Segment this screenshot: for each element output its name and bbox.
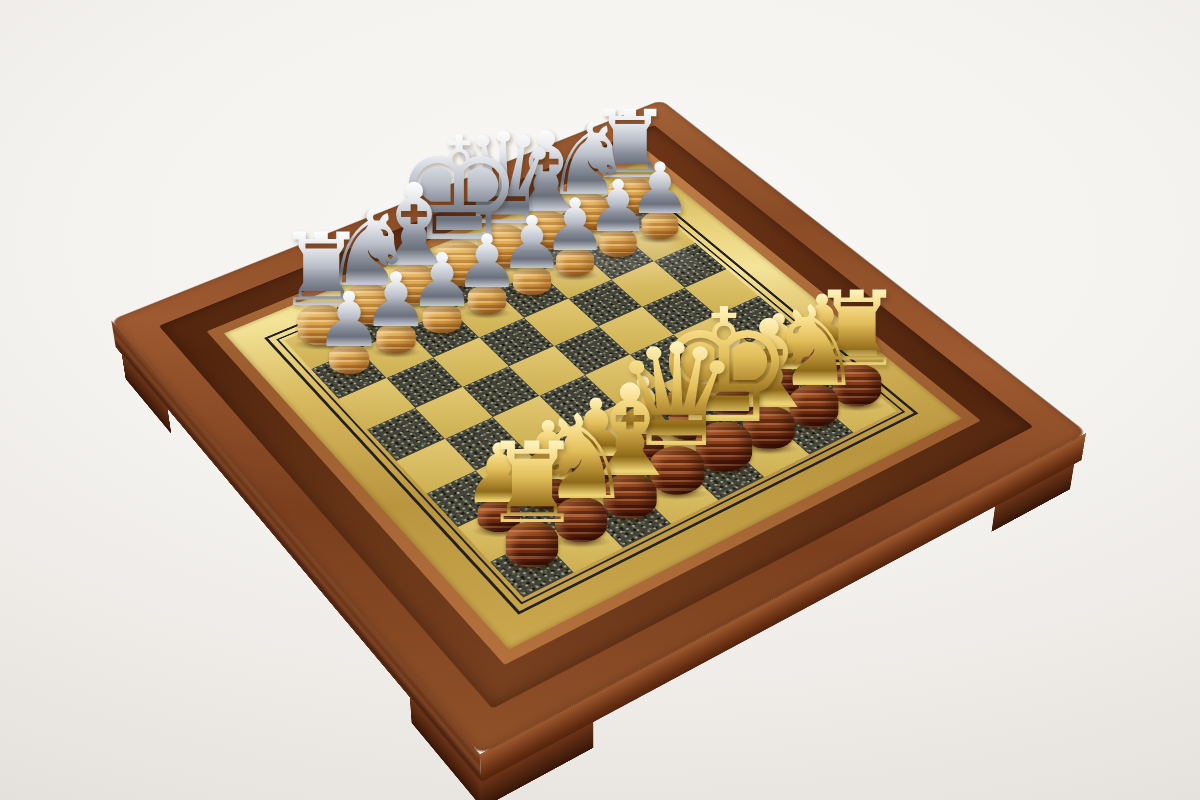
rook-glyph: ♜ [482, 439, 582, 529]
piece-white-pawn-h2[interactable]: ♟ [264, 290, 434, 374]
studio-scene: Elevated three-quarter studio photograph… [0, 0, 1200, 800]
pieces-layer: ♜♟♟♜♞♟♟♞♝♟♟♝♛♟♟♚♚♟♟♛♝♟♟♝♞♟♟♞♜♟♟♜ [0, 0, 1200, 800]
pawn-glyph: ♟ [315, 290, 383, 351]
piece-black-rook-h8[interactable]: ♜ [438, 439, 624, 567]
